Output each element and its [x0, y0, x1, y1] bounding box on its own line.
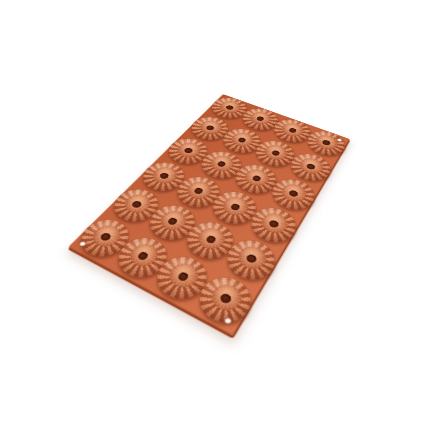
- cavity-center-hole: [205, 235, 217, 244]
- silicone-mold: [68, 94, 350, 336]
- cavity-top-ring: [197, 119, 225, 136]
- cavity-center-hole: [216, 161, 226, 168]
- cavity-top-ring: [242, 167, 272, 189]
- cavity-center-hole: [237, 137, 247, 143]
- cavity-center-hole: [306, 163, 316, 170]
- cavity-top-ring: [217, 99, 243, 115]
- cavity-top-ring: [207, 153, 237, 174]
- cavity-top-ring: [228, 130, 256, 148]
- cavity-center-hole: [268, 220, 279, 229]
- cavity-center-hole: [167, 217, 179, 226]
- cavity-top-ring: [88, 222, 125, 250]
- cavity-top-ring: [280, 121, 307, 139]
- cavity-center-hole: [193, 187, 204, 195]
- cavity-center-hole: [225, 105, 234, 110]
- cavity-top-ring: [207, 281, 246, 315]
- cavity-center-hole: [137, 251, 150, 261]
- cavity-center-hole: [176, 271, 189, 282]
- cavity-center-hole: [230, 203, 241, 211]
- cavity-center-hole: [322, 140, 331, 146]
- cavity-center-hole: [99, 232, 112, 241]
- cavity-center-hole: [159, 172, 170, 179]
- cavity-top-ring: [125, 241, 163, 271]
- cavity-top-ring: [297, 156, 326, 177]
- cavity-top-ring: [183, 179, 215, 202]
- cavity-top-ring: [313, 133, 340, 151]
- cavity-center-hole: [256, 116, 265, 122]
- cavity-top-ring: [258, 210, 291, 236]
- cavity-center-hole: [131, 200, 143, 208]
- cavity-center-hole: [219, 293, 232, 305]
- cavity-top-ring: [156, 208, 191, 234]
- cavity-top-ring: [174, 140, 204, 159]
- cavity-center-hole: [288, 190, 298, 198]
- cavity-top-ring: [234, 243, 270, 273]
- cavity-top-ring: [165, 260, 203, 292]
- product-photo-canvas: Terracotta-coloured flexible silicone ba…: [0, 0, 423, 423]
- cavity-top-ring: [262, 143, 290, 162]
- cavity-top-ring: [279, 182, 310, 205]
- cavity-center-hole: [271, 150, 281, 157]
- cavity-center-hole: [183, 147, 193, 154]
- cavity-top-ring: [194, 225, 229, 253]
- cavity-center-hole: [205, 125, 214, 131]
- cavity-center-hole: [251, 175, 261, 182]
- cavity-top-ring: [219, 194, 252, 219]
- cavity-top-ring: [248, 110, 274, 127]
- cavity-top-ring: [120, 192, 154, 217]
- cavity-center-hole: [288, 127, 297, 133]
- cavity-grid: [68, 94, 350, 336]
- cavity-top-ring: [149, 164, 181, 186]
- cavity-center-hole: [245, 254, 257, 264]
